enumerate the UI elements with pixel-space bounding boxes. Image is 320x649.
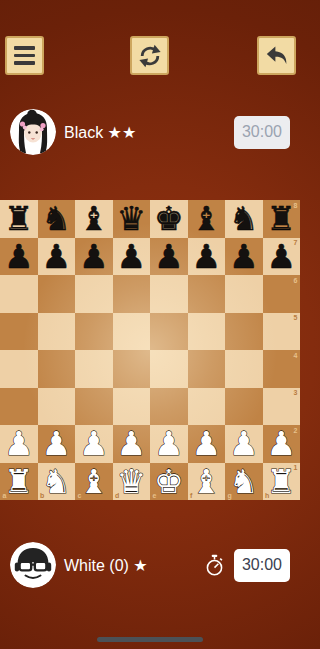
square-b1[interactable]: ♞b bbox=[38, 463, 76, 501]
rank-label-2: 2 bbox=[294, 427, 298, 434]
chess-board: ♜♞♝♛♚♝♞♜8♟♟♟♟♟♟♟♟76543♟♟♟♟♟♟♟♟2♜a♞b♝c♛d♚… bbox=[0, 200, 300, 500]
square-d2[interactable]: ♟ bbox=[113, 425, 151, 463]
hamburger-icon bbox=[14, 46, 35, 65]
square-a5[interactable] bbox=[0, 313, 38, 351]
square-h6[interactable]: 6 bbox=[263, 275, 301, 313]
piece-white-rook: ♜ bbox=[263, 463, 301, 501]
square-c8[interactable]: ♝ bbox=[75, 200, 113, 238]
piece-black-rook: ♜ bbox=[263, 200, 301, 238]
undo-button[interactable] bbox=[257, 36, 296, 75]
square-e8[interactable]: ♚ bbox=[150, 200, 188, 238]
file-label-e: e bbox=[153, 492, 157, 499]
refresh-icon bbox=[137, 43, 163, 69]
square-e7[interactable]: ♟ bbox=[150, 238, 188, 276]
piece-white-pawn: ♟ bbox=[75, 425, 113, 463]
square-g2[interactable]: ♟ bbox=[225, 425, 263, 463]
piece-white-bishop: ♝ bbox=[75, 463, 113, 501]
square-e5[interactable] bbox=[150, 313, 188, 351]
square-e4[interactable] bbox=[150, 350, 188, 388]
square-e2[interactable]: ♟ bbox=[150, 425, 188, 463]
square-d3[interactable] bbox=[113, 388, 151, 426]
piece-black-pawn: ♟ bbox=[0, 238, 38, 276]
square-c6[interactable] bbox=[75, 275, 113, 313]
piece-white-bishop: ♝ bbox=[188, 463, 226, 501]
undo-icon bbox=[264, 43, 290, 69]
piece-white-king: ♚ bbox=[150, 463, 188, 501]
piece-black-rook: ♜ bbox=[0, 200, 38, 238]
piece-white-pawn: ♟ bbox=[225, 425, 263, 463]
square-h5[interactable]: 5 bbox=[263, 313, 301, 351]
square-g1[interactable]: ♞g bbox=[225, 463, 263, 501]
square-d4[interactable] bbox=[113, 350, 151, 388]
square-f2[interactable]: ♟ bbox=[188, 425, 226, 463]
square-e1[interactable]: ♚e bbox=[150, 463, 188, 501]
square-e3[interactable] bbox=[150, 388, 188, 426]
square-h1[interactable]: ♜1h bbox=[263, 463, 301, 501]
square-h4[interactable]: 4 bbox=[263, 350, 301, 388]
square-g5[interactable] bbox=[225, 313, 263, 351]
square-a4[interactable] bbox=[0, 350, 38, 388]
piece-white-knight: ♞ bbox=[38, 463, 76, 501]
square-a3[interactable] bbox=[0, 388, 38, 426]
file-label-d: d bbox=[115, 492, 119, 499]
square-d6[interactable] bbox=[113, 275, 151, 313]
file-label-b: b bbox=[40, 492, 44, 499]
file-label-f: f bbox=[190, 492, 192, 499]
piece-black-pawn: ♟ bbox=[188, 238, 226, 276]
square-g8[interactable]: ♞ bbox=[225, 200, 263, 238]
square-c5[interactable] bbox=[75, 313, 113, 351]
square-f6[interactable] bbox=[188, 275, 226, 313]
square-c1[interactable]: ♝c bbox=[75, 463, 113, 501]
piece-black-bishop: ♝ bbox=[75, 200, 113, 238]
square-f4[interactable] bbox=[188, 350, 226, 388]
stopwatch-icon bbox=[205, 554, 224, 577]
piece-white-pawn: ♟ bbox=[188, 425, 226, 463]
square-d7[interactable]: ♟ bbox=[113, 238, 151, 276]
black-player-avatar bbox=[10, 109, 56, 155]
square-a8[interactable]: ♜ bbox=[0, 200, 38, 238]
rank-label-7: 7 bbox=[294, 239, 298, 246]
rank-label-8: 8 bbox=[294, 202, 298, 209]
piece-black-queen: ♛ bbox=[113, 200, 151, 238]
white-player-row: White (0) ★ 30:00 bbox=[0, 537, 300, 593]
white-player-avatar bbox=[10, 542, 56, 588]
square-b4[interactable] bbox=[38, 350, 76, 388]
piece-white-pawn: ♟ bbox=[38, 425, 76, 463]
black-clock: 30:00 bbox=[234, 116, 290, 149]
square-b2[interactable]: ♟ bbox=[38, 425, 76, 463]
square-b8[interactable]: ♞ bbox=[38, 200, 76, 238]
piece-white-knight: ♞ bbox=[225, 463, 263, 501]
square-d1[interactable]: ♛d bbox=[113, 463, 151, 501]
piece-black-king: ♚ bbox=[150, 200, 188, 238]
square-b3[interactable] bbox=[38, 388, 76, 426]
rank-label-4: 4 bbox=[294, 352, 298, 359]
square-f8[interactable]: ♝ bbox=[188, 200, 226, 238]
square-a6[interactable] bbox=[0, 275, 38, 313]
square-g7[interactable]: ♟ bbox=[225, 238, 263, 276]
piece-white-pawn: ♟ bbox=[263, 425, 301, 463]
file-label-c: c bbox=[78, 492, 82, 499]
piece-black-pawn: ♟ bbox=[75, 238, 113, 276]
square-h2[interactable]: ♟2 bbox=[263, 425, 301, 463]
piece-white-pawn: ♟ bbox=[113, 425, 151, 463]
square-g4[interactable] bbox=[225, 350, 263, 388]
square-a2[interactable]: ♟ bbox=[0, 425, 38, 463]
square-b7[interactable]: ♟ bbox=[38, 238, 76, 276]
square-g3[interactable] bbox=[225, 388, 263, 426]
piece-black-pawn: ♟ bbox=[150, 238, 188, 276]
piece-black-knight: ♞ bbox=[225, 200, 263, 238]
square-c7[interactable]: ♟ bbox=[75, 238, 113, 276]
piece-white-pawn: ♟ bbox=[150, 425, 188, 463]
rank-label-6: 6 bbox=[294, 277, 298, 284]
square-h3[interactable]: 3 bbox=[263, 388, 301, 426]
square-f7[interactable]: ♟ bbox=[188, 238, 226, 276]
square-e6[interactable] bbox=[150, 275, 188, 313]
square-c2[interactable]: ♟ bbox=[75, 425, 113, 463]
piece-white-queen: ♛ bbox=[113, 463, 151, 501]
square-d5[interactable] bbox=[113, 313, 151, 351]
menu-button[interactable] bbox=[5, 36, 44, 75]
rank-label-5: 5 bbox=[294, 314, 298, 321]
piece-white-pawn: ♟ bbox=[0, 425, 38, 463]
piece-black-bishop: ♝ bbox=[188, 200, 226, 238]
piece-black-knight: ♞ bbox=[38, 200, 76, 238]
square-g6[interactable] bbox=[225, 275, 263, 313]
black-player-name: Black ★★ bbox=[64, 123, 136, 142]
square-f1[interactable]: ♝f bbox=[188, 463, 226, 501]
file-label-h: h bbox=[265, 492, 269, 499]
square-d8[interactable]: ♛ bbox=[113, 200, 151, 238]
rank-label-1: 1 bbox=[294, 464, 298, 471]
black-player-row: Black ★★ 30:00 bbox=[0, 104, 300, 160]
square-a7[interactable]: ♟ bbox=[0, 238, 38, 276]
piece-white-rook: ♜ bbox=[0, 463, 38, 501]
file-label-a: a bbox=[3, 492, 7, 499]
square-f5[interactable] bbox=[188, 313, 226, 351]
white-clock: 30:00 bbox=[234, 549, 290, 582]
restart-button[interactable] bbox=[130, 36, 169, 75]
piece-black-pawn: ♟ bbox=[225, 238, 263, 276]
square-b5[interactable] bbox=[38, 313, 76, 351]
piece-black-pawn: ♟ bbox=[263, 238, 301, 276]
square-c3[interactable] bbox=[75, 388, 113, 426]
square-h7[interactable]: ♟7 bbox=[263, 238, 301, 276]
square-a1[interactable]: ♜a bbox=[0, 463, 38, 501]
piece-black-pawn: ♟ bbox=[38, 238, 76, 276]
piece-black-pawn: ♟ bbox=[113, 238, 151, 276]
square-c4[interactable] bbox=[75, 350, 113, 388]
square-h8[interactable]: ♜8 bbox=[263, 200, 301, 238]
rank-label-3: 3 bbox=[294, 389, 298, 396]
home-indicator bbox=[97, 637, 203, 642]
square-f3[interactable] bbox=[188, 388, 226, 426]
white-player-name: White (0) ★ bbox=[64, 556, 148, 575]
file-label-g: g bbox=[228, 492, 232, 499]
square-b6[interactable] bbox=[38, 275, 76, 313]
